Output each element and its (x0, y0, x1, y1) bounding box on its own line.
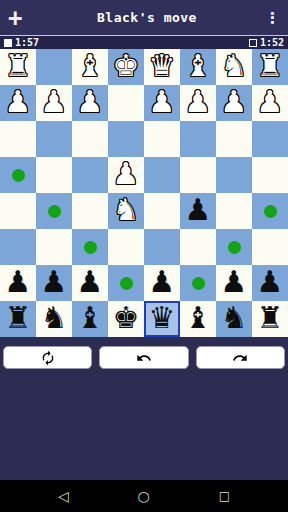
square-g4[interactable] (36, 157, 72, 193)
square-g6[interactable] (36, 229, 72, 265)
background-filler (0, 369, 288, 480)
black-king-piece: ♚ (113, 303, 140, 333)
square-g2[interactable]: ♟ (36, 85, 72, 121)
black-pawn-piece: ♟ (185, 195, 212, 225)
white-pawn-piece: ♟ (149, 87, 176, 117)
square-g1[interactable] (36, 49, 72, 85)
square-f8[interactable]: ♝ (72, 301, 108, 337)
nav-recents-icon[interactable]: □ (219, 480, 230, 512)
nav-back-icon[interactable]: ◁ (58, 480, 69, 512)
square-c1[interactable]: ♝ (180, 49, 216, 85)
black-pawn-piece: ♟ (149, 267, 176, 297)
legal-move-hint-dot (264, 205, 277, 218)
square-a4[interactable] (252, 157, 288, 193)
square-e8[interactable]: ♚ (108, 301, 144, 337)
redo-arrow-icon (232, 350, 248, 366)
square-d3[interactable] (144, 121, 180, 157)
controls-bar (0, 346, 288, 369)
square-e4[interactable]: ♟ (108, 157, 144, 193)
square-g7[interactable]: ♟ (36, 265, 72, 301)
new-game-plus-icon[interactable]: + (8, 0, 34, 36)
square-b7[interactable]: ♟ (216, 265, 252, 301)
square-g8[interactable]: ♞ (36, 301, 72, 337)
white-bishop-piece: ♝ (185, 51, 212, 81)
black-clock-time: 1:52 (260, 37, 284, 48)
square-g5[interactable] (36, 193, 72, 229)
white-king-piece: ♚ (113, 51, 140, 81)
square-a5[interactable] (252, 193, 288, 229)
black-rook-piece: ♜ (257, 303, 284, 333)
white-pawn-piece: ♟ (257, 87, 284, 117)
square-f4[interactable] (72, 157, 108, 193)
square-d1[interactable]: ♛ (144, 49, 180, 85)
square-a1[interactable]: ♜ (252, 49, 288, 85)
square-a2[interactable]: ♟ (252, 85, 288, 121)
square-d6[interactable] (144, 229, 180, 265)
chess-app-screen: + Black's move ⋮ 1:57 1:52 ♜♝♚♛♝♞♜♟♟♟♟♟♟… (0, 0, 288, 512)
square-d8[interactable]: ♛ (144, 301, 180, 337)
black-player-square-icon (249, 39, 257, 47)
app-bar: + Black's move ⋮ (0, 0, 288, 36)
black-clock: 1:52 (249, 37, 284, 48)
square-b2[interactable]: ♟ (216, 85, 252, 121)
square-e1[interactable]: ♚ (108, 49, 144, 85)
overflow-menu-icon[interactable]: ⋮ (260, 9, 280, 27)
legal-move-hint-dot (192, 277, 205, 290)
square-a6[interactable] (252, 229, 288, 265)
white-queen-piece: ♛ (149, 51, 176, 81)
square-b8[interactable]: ♞ (216, 301, 252, 337)
black-pawn-piece: ♟ (5, 267, 32, 297)
square-f1[interactable]: ♝ (72, 49, 108, 85)
white-knight-piece: ♞ (221, 51, 248, 81)
square-h6[interactable] (0, 229, 36, 265)
undo-arrow-icon (136, 350, 152, 366)
undo-move-button[interactable] (99, 346, 188, 369)
white-clock: 1:57 (4, 37, 39, 48)
black-bishop-piece: ♝ (185, 303, 212, 333)
square-d5[interactable] (144, 193, 180, 229)
legal-move-hint-dot (12, 169, 25, 182)
black-rook-piece: ♜ (5, 303, 32, 333)
white-pawn-piece: ♟ (41, 87, 68, 117)
square-g3[interactable] (36, 121, 72, 157)
legal-move-hint-dot (48, 205, 61, 218)
square-h7[interactable]: ♟ (0, 265, 36, 301)
square-b6[interactable] (216, 229, 252, 265)
square-h3[interactable] (0, 121, 36, 157)
square-d2[interactable]: ♟ (144, 85, 180, 121)
square-a8[interactable]: ♜ (252, 301, 288, 337)
square-d7[interactable]: ♟ (144, 265, 180, 301)
square-f2[interactable]: ♟ (72, 85, 108, 121)
square-h1[interactable]: ♜ (0, 49, 36, 85)
square-b1[interactable]: ♞ (216, 49, 252, 85)
square-e7[interactable] (108, 265, 144, 301)
square-c8[interactable]: ♝ (180, 301, 216, 337)
square-b5[interactable] (216, 193, 252, 229)
black-knight-piece: ♞ (221, 303, 248, 333)
white-clock-time: 1:57 (15, 37, 39, 48)
white-rook-piece: ♜ (5, 51, 32, 81)
square-b4[interactable] (216, 157, 252, 193)
chess-board: ♜♝♚♛♝♞♜♟♟♟♟♟♟♟♟♞♟♟♟♟♟♟♟♜♞♝♚♛♝♞♜ (0, 49, 288, 337)
square-h8[interactable]: ♜ (0, 301, 36, 337)
android-nav-bar: ◁ ○ □ (0, 480, 288, 512)
square-c2[interactable]: ♟ (180, 85, 216, 121)
square-a7[interactable]: ♟ (252, 265, 288, 301)
square-c4[interactable] (180, 157, 216, 193)
legal-move-hint-dot (228, 241, 241, 254)
nav-home-icon[interactable]: ○ (138, 480, 150, 512)
square-e5[interactable]: ♞ (108, 193, 144, 229)
white-pawn-piece: ♟ (77, 87, 104, 117)
square-d4[interactable] (144, 157, 180, 193)
square-a3[interactable] (252, 121, 288, 157)
legal-move-hint-dot (120, 277, 133, 290)
square-f6[interactable] (72, 229, 108, 265)
black-pawn-piece: ♟ (221, 267, 248, 297)
square-e6[interactable] (108, 229, 144, 265)
square-h4[interactable] (0, 157, 36, 193)
restart-game-button[interactable] (3, 346, 92, 369)
square-f7[interactable]: ♟ (72, 265, 108, 301)
black-queen-piece: ♛ (149, 303, 176, 333)
restart-icon (40, 350, 56, 366)
white-knight-piece: ♞ (113, 195, 140, 225)
square-f5[interactable] (72, 193, 108, 229)
square-c6[interactable] (180, 229, 216, 265)
black-pawn-piece: ♟ (257, 267, 284, 297)
square-c3[interactable] (180, 121, 216, 157)
redo-move-button[interactable] (196, 346, 285, 369)
white-rook-piece: ♜ (257, 51, 284, 81)
square-h5[interactable] (0, 193, 36, 229)
white-player-square-icon (4, 39, 12, 47)
black-bishop-piece: ♝ (77, 303, 104, 333)
square-b3[interactable] (216, 121, 252, 157)
legal-move-hint-dot (84, 241, 97, 254)
black-pawn-piece: ♟ (77, 267, 104, 297)
square-e2[interactable] (108, 85, 144, 121)
white-pawn-piece: ♟ (221, 87, 248, 117)
black-pawn-piece: ♟ (41, 267, 68, 297)
square-f3[interactable] (72, 121, 108, 157)
white-bishop-piece: ♝ (77, 51, 104, 81)
square-e3[interactable] (108, 121, 144, 157)
square-c7[interactable] (180, 265, 216, 301)
black-knight-piece: ♞ (41, 303, 68, 333)
white-pawn-piece: ♟ (113, 159, 140, 189)
page-title: Black's move (34, 10, 260, 25)
white-pawn-piece: ♟ (185, 87, 212, 117)
square-h2[interactable]: ♟ (0, 85, 36, 121)
square-c5[interactable]: ♟ (180, 193, 216, 229)
white-pawn-piece: ♟ (5, 87, 32, 117)
